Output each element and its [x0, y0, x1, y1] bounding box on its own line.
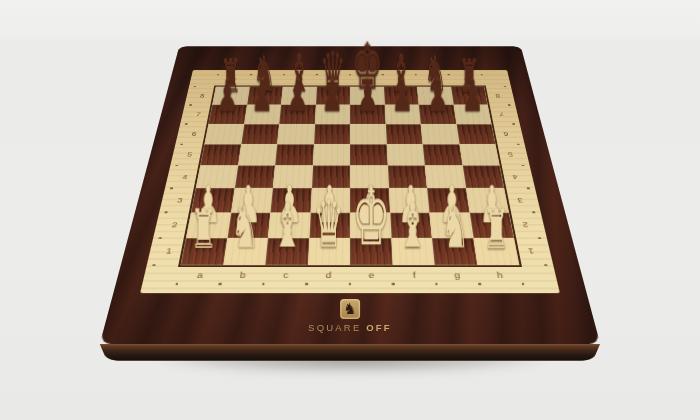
board-front-edge [100, 344, 601, 361]
white-bishop-c1[interactable]: ♝ [272, 195, 302, 256]
file-label-f-bottom: f [393, 271, 437, 280]
white-bishop-f1[interactable]: ♝ [398, 195, 428, 256]
square-c7[interactable]: ♟ [279, 105, 315, 124]
square-d5[interactable] [313, 144, 350, 165]
square-f6[interactable] [385, 124, 422, 144]
square-f1[interactable]: ♝ [391, 238, 435, 265]
square-surface [200, 144, 241, 165]
frame-inlay-dot [219, 283, 222, 285]
brand-word-square: SQUARE [308, 322, 361, 333]
board-frame: ♜♞♝♛♚♝♞♜♟♟♟♟♟♟♟♟♟♟♟♟♟♟♟♟♜♞♝♛♚♝♞♜ 88aa77b… [140, 70, 560, 293]
rank-label-2-left: 2 [165, 221, 184, 229]
frame-inlay-dot [164, 211, 167, 213]
square-surface [238, 144, 278, 165]
frame-inlay-dot [415, 74, 417, 75]
rank-label-8-right: 8 [490, 93, 506, 99]
frame-inlay-dot [305, 283, 308, 285]
frame-inlay-dot [521, 283, 524, 285]
rank-label-6-right: 6 [498, 131, 515, 137]
white-knight-b1[interactable]: ♞ [231, 198, 259, 257]
frame-inlay-dot [532, 211, 535, 213]
square-a6[interactable] [205, 124, 244, 144]
white-knight-g1[interactable]: ♞ [441, 198, 469, 257]
square-g6[interactable] [421, 124, 459, 144]
frame-inlay-dot [478, 283, 481, 285]
square-h6[interactable] [456, 124, 495, 144]
square-surface [385, 124, 422, 144]
rank-label-6-left: 6 [186, 131, 203, 137]
square-surface [350, 144, 387, 165]
rank-label-5-right: 5 [502, 151, 519, 158]
white-rook-h1[interactable]: ♜ [483, 202, 509, 257]
rank-label-1-right: 1 [521, 247, 541, 256]
square-surface [456, 124, 495, 144]
frame-inlay-dot [508, 104, 511, 105]
frame-inlay-dot [152, 264, 155, 266]
rank-label-8-left: 8 [194, 93, 210, 99]
square-surface [313, 144, 350, 165]
frame-inlay-dot [538, 237, 541, 239]
file-label-c-bottom: c [264, 271, 308, 280]
square-surface [314, 124, 350, 144]
black-pawn-h7[interactable]: ♟ [462, 73, 484, 117]
rank-label-2-right: 2 [516, 221, 535, 229]
brand-word-off: OFF [366, 322, 392, 333]
square-c5[interactable] [275, 144, 313, 165]
square-surface [241, 124, 279, 144]
knight-icon: ♞ [340, 299, 360, 319]
frame-inlay-dot [316, 74, 318, 75]
frame-inlay-dot [180, 143, 183, 145]
square-f5[interactable] [386, 144, 424, 165]
square-surface [277, 124, 314, 144]
black-pawn-e7[interactable]: ♟ [357, 73, 379, 117]
black-pawn-b7[interactable]: ♟ [252, 73, 274, 117]
frame-inlay-dot [170, 187, 173, 189]
file-label-h-bottom: h [478, 271, 522, 280]
frame-inlay-dot [175, 165, 178, 167]
frame-inlay-dot [283, 74, 285, 75]
rank-label-7-left: 7 [190, 111, 206, 117]
square-f7[interactable]: ♟ [384, 105, 420, 124]
square-surface [421, 124, 459, 144]
square-e5[interactable] [350, 144, 387, 165]
frame-inlay-dot [349, 283, 352, 285]
knight-glyph: ♞ [343, 301, 356, 316]
black-pawn-f7[interactable]: ♟ [392, 73, 414, 117]
square-surface [275, 144, 313, 165]
rank-label-7-right: 7 [494, 111, 510, 117]
scene-3d: ♜♞♝♛♚♝♞♜♟♟♟♟♟♟♟♟♟♟♟♟♟♟♟♟♜♞♝♛♚♝♞♜ 88aa77b… [0, 0, 700, 420]
rank-label-4-right: 4 [506, 173, 524, 180]
square-b5[interactable] [238, 144, 278, 165]
frame-inlay-dot [521, 165, 524, 167]
square-b6[interactable] [241, 124, 279, 144]
square-h5[interactable] [459, 144, 500, 165]
square-g5[interactable] [423, 144, 463, 165]
file-label-g-bottom: g [435, 271, 479, 280]
frame-inlay-dot [175, 283, 178, 285]
squareoff-logo: ♞ SQUARE OFF [308, 299, 392, 333]
file-label-e-bottom: e [350, 271, 393, 280]
square-g1[interactable]: ♞ [432, 238, 477, 265]
frame-inlay-dot [527, 187, 530, 189]
square-d6[interactable] [314, 124, 350, 144]
square-d1[interactable]: ♛ [308, 238, 350, 265]
rank-label-3-right: 3 [511, 196, 529, 204]
rank-label-5-left: 5 [181, 151, 198, 158]
frame-inlay-dot [504, 86, 507, 87]
white-rook-a1[interactable]: ♜ [190, 202, 216, 257]
black-pawn-g7[interactable]: ♟ [427, 73, 449, 117]
frame-inlay-dot [193, 86, 196, 87]
rank-label-3-left: 3 [171, 196, 189, 204]
frame-inlay-dot [189, 104, 192, 105]
file-label-a-bottom: a [178, 271, 222, 280]
black-pawn-d7[interactable]: ♟ [322, 73, 344, 117]
product-photo: ♜♞♝♛♚♝♞♜♟♟♟♟♟♟♟♟♟♟♟♟♟♟♟♟♜♞♝♛♚♝♞♜ 88aa77b… [0, 0, 700, 420]
square-b7[interactable]: ♟ [244, 105, 281, 124]
frame-inlay-dot [544, 264, 547, 266]
black-pawn-a7[interactable]: ♟ [216, 73, 238, 117]
frame-inlay-dot [158, 237, 161, 239]
frame-inlay-dot [392, 283, 395, 285]
frame-inlay-dot [262, 283, 265, 285]
square-surface [386, 144, 424, 165]
square-a7[interactable]: ♟ [208, 105, 246, 124]
frame-inlay-dot [185, 123, 188, 125]
square-surface [459, 144, 500, 165]
square-h7[interactable]: ♟ [453, 105, 491, 124]
frame-inlay-dot [517, 143, 520, 145]
square-e7[interactable]: ♟ [350, 105, 385, 124]
square-c1[interactable]: ♝ [265, 238, 309, 265]
white-king-e1[interactable]: ♚ [352, 177, 390, 256]
square-surface [205, 124, 244, 144]
square-e6[interactable] [350, 124, 386, 144]
frame-inlay-dot [512, 123, 515, 125]
square-surface [350, 124, 386, 144]
chess-board: ♜♞♝♛♚♝♞♜♟♟♟♟♟♟♟♟♟♟♟♟♟♟♟♟♜♞♝♛♚♝♞♜ [178, 86, 522, 267]
square-e1[interactable]: ♚ [350, 238, 392, 265]
square-a5[interactable] [200, 144, 241, 165]
brand-name: SQUARE OFF [308, 322, 392, 333]
square-b1[interactable]: ♞ [223, 238, 268, 265]
square-c6[interactable] [277, 124, 314, 144]
square-surface [423, 144, 463, 165]
frame-inlay-dot [435, 283, 438, 285]
file-label-d-bottom: d [307, 271, 350, 280]
black-pawn-c7[interactable]: ♟ [287, 73, 309, 117]
square-d7[interactable]: ♟ [315, 105, 350, 124]
square-h1[interactable]: ♜ [473, 238, 519, 265]
rank-label-4-left: 4 [176, 173, 194, 180]
rank-label-1-left: 1 [159, 247, 179, 256]
file-label-b-bottom: b [221, 271, 265, 280]
square-g7[interactable]: ♟ [419, 105, 456, 124]
square-a1[interactable]: ♜ [181, 238, 227, 265]
white-queen-d1[interactable]: ♛ [313, 191, 345, 256]
